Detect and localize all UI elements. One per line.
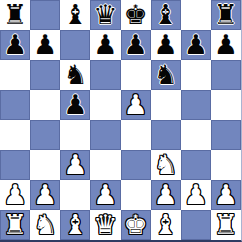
piece-black-queen[interactable]: ♛ xyxy=(93,1,117,28)
square-g6[interactable] xyxy=(181,60,211,90)
square-d2[interactable]: ♟ xyxy=(90,180,120,210)
square-f6[interactable]: ♞ xyxy=(151,60,181,90)
square-e8[interactable]: ♚ xyxy=(121,0,151,30)
piece-white-pawn[interactable]: ♟ xyxy=(33,181,57,208)
piece-black-pawn[interactable]: ♟ xyxy=(63,91,87,118)
square-d3[interactable] xyxy=(90,150,120,180)
square-c8[interactable]: ♝ xyxy=(60,0,90,30)
square-g7[interactable]: ♟ xyxy=(181,30,211,60)
square-b4[interactable] xyxy=(30,120,60,150)
piece-white-pawn[interactable]: ♟ xyxy=(214,181,238,208)
square-d5[interactable] xyxy=(90,90,120,120)
square-c7[interactable] xyxy=(60,30,90,60)
square-h5[interactable] xyxy=(211,90,241,120)
square-d6[interactable] xyxy=(90,60,120,90)
square-h7[interactable]: ♟ xyxy=(211,30,241,60)
piece-black-rook[interactable]: ♜ xyxy=(214,1,238,28)
square-a2[interactable]: ♟ xyxy=(0,180,30,210)
piece-white-rook[interactable]: ♜ xyxy=(214,211,238,238)
piece-white-rook[interactable]: ♜ xyxy=(3,211,27,238)
piece-white-queen[interactable]: ♛ xyxy=(93,211,117,238)
piece-black-bishop[interactable]: ♝ xyxy=(154,1,178,28)
square-g5[interactable] xyxy=(181,90,211,120)
square-d8[interactable]: ♛ xyxy=(90,0,120,30)
square-g2[interactable]: ♟ xyxy=(181,180,211,210)
piece-black-pawn[interactable]: ♟ xyxy=(184,31,208,58)
square-b7[interactable]: ♟ xyxy=(30,30,60,60)
chess-board: ♜♝♛♚♝♜♟♟♟♟♟♟♟♞♞♟♟♟♞♟♟♟♟♟♟♜♞♝♛♚♝♜ xyxy=(0,0,241,240)
square-c2[interactable] xyxy=(60,180,90,210)
square-a7[interactable]: ♟ xyxy=(0,30,30,60)
square-a3[interactable] xyxy=(0,150,30,180)
square-f2[interactable]: ♟ xyxy=(151,180,181,210)
square-c4[interactable] xyxy=(60,120,90,150)
square-h8[interactable]: ♜ xyxy=(211,0,241,30)
piece-white-pawn[interactable]: ♟ xyxy=(184,181,208,208)
piece-white-knight[interactable]: ♞ xyxy=(33,211,57,238)
square-a8[interactable]: ♜ xyxy=(0,0,30,30)
square-b6[interactable] xyxy=(30,60,60,90)
piece-black-bishop[interactable]: ♝ xyxy=(63,1,87,28)
square-b3[interactable] xyxy=(30,150,60,180)
piece-black-king[interactable]: ♚ xyxy=(123,1,147,28)
square-h1[interactable]: ♜ xyxy=(211,210,241,240)
square-f5[interactable] xyxy=(151,90,181,120)
square-d4[interactable] xyxy=(90,120,120,150)
square-c1[interactable]: ♝ xyxy=(60,210,90,240)
piece-white-bishop[interactable]: ♝ xyxy=(154,211,178,238)
piece-white-king[interactable]: ♚ xyxy=(123,211,147,238)
square-c6[interactable]: ♞ xyxy=(60,60,90,90)
piece-white-pawn[interactable]: ♟ xyxy=(63,151,87,178)
square-f8[interactable]: ♝ xyxy=(151,0,181,30)
square-b2[interactable]: ♟ xyxy=(30,180,60,210)
square-f4[interactable] xyxy=(151,120,181,150)
piece-white-pawn[interactable]: ♟ xyxy=(123,91,147,118)
square-e2[interactable] xyxy=(121,180,151,210)
square-g4[interactable] xyxy=(181,120,211,150)
square-e3[interactable] xyxy=(121,150,151,180)
square-a6[interactable] xyxy=(0,60,30,90)
square-d1[interactable]: ♛ xyxy=(90,210,120,240)
square-g8[interactable] xyxy=(181,0,211,30)
piece-black-pawn[interactable]: ♟ xyxy=(123,31,147,58)
square-f3[interactable]: ♞ xyxy=(151,150,181,180)
square-b1[interactable]: ♞ xyxy=(30,210,60,240)
square-e7[interactable]: ♟ xyxy=(121,30,151,60)
piece-black-knight[interactable]: ♞ xyxy=(63,61,87,88)
square-h4[interactable] xyxy=(211,120,241,150)
square-h3[interactable] xyxy=(211,150,241,180)
square-d7[interactable]: ♟ xyxy=(90,30,120,60)
piece-black-pawn[interactable]: ♟ xyxy=(3,31,27,58)
piece-black-pawn[interactable]: ♟ xyxy=(93,31,117,58)
square-h6[interactable] xyxy=(211,60,241,90)
square-c5[interactable]: ♟ xyxy=(60,90,90,120)
square-f7[interactable]: ♟ xyxy=(151,30,181,60)
chess-board-frame: ♜♝♛♚♝♜♟♟♟♟♟♟♟♞♞♟♟♟♞♟♟♟♟♟♟♜♞♝♛♚♝♜ xyxy=(0,0,242,242)
piece-white-pawn[interactable]: ♟ xyxy=(3,181,27,208)
piece-black-rook[interactable]: ♜ xyxy=(3,1,27,28)
piece-black-pawn[interactable]: ♟ xyxy=(33,31,57,58)
square-h2[interactable]: ♟ xyxy=(211,180,241,210)
square-a4[interactable] xyxy=(0,120,30,150)
piece-white-knight[interactable]: ♞ xyxy=(154,151,178,178)
square-e1[interactable]: ♚ xyxy=(121,210,151,240)
piece-white-pawn[interactable]: ♟ xyxy=(154,181,178,208)
square-a5[interactable] xyxy=(0,90,30,120)
square-g3[interactable] xyxy=(181,150,211,180)
square-c3[interactable]: ♟ xyxy=(60,150,90,180)
square-e6[interactable] xyxy=(121,60,151,90)
piece-white-bishop[interactable]: ♝ xyxy=(63,211,87,238)
piece-black-knight[interactable]: ♞ xyxy=(154,61,178,88)
square-b8[interactable] xyxy=(30,0,60,30)
piece-black-pawn[interactable]: ♟ xyxy=(154,31,178,58)
square-f1[interactable]: ♝ xyxy=(151,210,181,240)
piece-black-pawn[interactable]: ♟ xyxy=(214,31,238,58)
square-e4[interactable] xyxy=(121,120,151,150)
piece-white-pawn[interactable]: ♟ xyxy=(93,181,117,208)
square-a1[interactable]: ♜ xyxy=(0,210,30,240)
square-g1[interactable] xyxy=(181,210,211,240)
square-b5[interactable] xyxy=(30,90,60,120)
square-e5[interactable]: ♟ xyxy=(121,90,151,120)
